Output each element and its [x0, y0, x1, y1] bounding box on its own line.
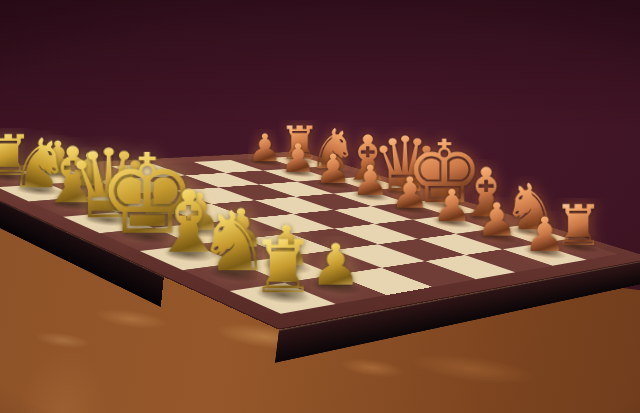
gold-pawn-icon: ♟: [310, 236, 362, 294]
copper-pawn-icon: ♟: [352, 160, 390, 202]
copper-pawn-icon: ♟: [476, 197, 517, 243]
copper-pawn-icon: ♟: [315, 149, 351, 190]
copper-pawn-icon: ♟: [391, 171, 430, 214]
photo-scene: ♜♞♝♛♚♝♞♜♟♟♟♟♟♟♟♟♟♟♟♟♟♟♟♟♜♞♝♛♚♝♞♜: [0, 0, 640, 413]
gold-rook-icon: ♜: [250, 231, 315, 304]
copper-pawn-icon: ♟: [280, 138, 315, 177]
copper-pawn-icon: ♟: [248, 129, 282, 167]
copper-pawn-icon: ♟: [523, 211, 566, 259]
copper-pawn-icon: ♟: [432, 183, 472, 228]
